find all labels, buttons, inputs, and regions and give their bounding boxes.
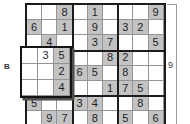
sudoku-cell-r8c9: 6 <box>149 111 164 124</box>
sudoku-cell-r2c6 <box>103 20 118 35</box>
sudoku-cell-r7c4: 3 <box>73 96 88 111</box>
sudoku-cell-r5c6 <box>103 66 118 81</box>
sudoku-cell-r8c6 <box>103 111 118 124</box>
sudoku-cell-r8c2: 9 <box>42 111 57 124</box>
sudoku-cell-r1c2 <box>42 5 57 20</box>
sudoku-cell-r5c5: 5 <box>88 66 103 81</box>
sudoku-cell-r6c7: 7 <box>118 81 133 96</box>
sudoku-cell-r2c7: 3 <box>118 20 133 35</box>
overlay-cell-r1c3: 5 <box>54 48 70 64</box>
sudoku-cell-r6c8: 5 <box>133 81 148 96</box>
overlay-cell-r3c3: 4 <box>54 80 70 96</box>
sudoku-cell-r4c6: 8 <box>103 51 118 66</box>
sudoku-cell-r3c5: 3 <box>88 35 103 50</box>
sudoku-cell-r1c5: 1 <box>88 5 103 20</box>
sudoku-cell-r7c8: 8 <box>133 96 148 111</box>
sudoku-cell-r3c8 <box>133 35 148 50</box>
sudoku-cell-r4c9 <box>149 51 164 66</box>
sudoku-cell-r8c5: 8 <box>88 111 103 124</box>
overlay-cell-r2c3: 2 <box>54 64 70 80</box>
sudoku-cell-r2c9 <box>149 20 164 35</box>
sudoku-cell-r7c3 <box>57 96 72 111</box>
sudoku-cell-r2c2 <box>42 20 57 35</box>
sudoku-cell-r3c9: 5 <box>149 35 164 50</box>
grid-height-label: 9 <box>168 60 173 70</box>
overlay-cell-r2c2 <box>38 64 54 80</box>
sudoku-figure: B 81961932437582658175534897856 3524 9 <box>0 0 190 124</box>
sudoku-cell-r5c4: 6 <box>73 66 88 81</box>
overlay-cell-r3c1 <box>22 80 38 96</box>
sudoku-cell-r6c5 <box>88 81 103 96</box>
sudoku-cell-r2c5: 9 <box>88 20 103 35</box>
sudoku-cell-r1c6 <box>103 5 118 20</box>
sudoku-cell-r4c7: 2 <box>118 51 133 66</box>
sudoku-cell-r1c1 <box>27 5 42 20</box>
sudoku-cell-r8c3: 7 <box>57 111 72 124</box>
overlay-cell-r2c1 <box>22 64 38 80</box>
sudoku-cell-r7c1: 5 <box>27 96 42 111</box>
block-divider-vertical-2 <box>117 5 119 124</box>
lifted-block-cells: 3524 <box>22 48 70 96</box>
sudoku-cell-r4c5 <box>88 51 103 66</box>
sudoku-cell-r4c4 <box>73 51 88 66</box>
block-label: B <box>4 62 10 71</box>
sudoku-cell-r6c9 <box>149 81 164 96</box>
sudoku-cell-r7c9 <box>149 96 164 111</box>
sudoku-cell-r3c7 <box>118 35 133 50</box>
overlay-cell-r3c2 <box>38 80 54 96</box>
sudoku-cell-r2c1: 6 <box>27 20 42 35</box>
sudoku-cell-r4c8 <box>133 51 148 66</box>
sudoku-cell-r7c5: 4 <box>88 96 103 111</box>
sudoku-cell-r8c4 <box>73 111 88 124</box>
sudoku-cell-r7c7 <box>118 96 133 111</box>
lifted-block-overlay: 3524 <box>20 46 72 98</box>
sudoku-cell-r3c6: 7 <box>103 35 118 50</box>
height-bracket-tick <box>167 4 177 5</box>
sudoku-cell-r2c4 <box>73 20 88 35</box>
sudoku-cell-r6c6: 1 <box>103 81 118 96</box>
height-bracket-line <box>176 4 177 124</box>
sudoku-cell-r7c2 <box>42 96 57 111</box>
sudoku-cell-r1c8 <box>133 5 148 20</box>
sudoku-cell-r6c4 <box>73 81 88 96</box>
sudoku-cell-r1c4 <box>73 5 88 20</box>
sudoku-cell-r2c8: 2 <box>133 20 148 35</box>
sudoku-cell-r8c7: 5 <box>118 111 133 124</box>
sudoku-cell-r5c8 <box>133 66 148 81</box>
sudoku-cell-r5c7: 8 <box>118 66 133 81</box>
sudoku-cell-r8c1 <box>27 111 42 124</box>
sudoku-cell-r8c8 <box>133 111 148 124</box>
sudoku-cell-r3c4 <box>73 35 88 50</box>
sudoku-cell-r7c6 <box>103 96 118 111</box>
overlay-cell-r1c2: 3 <box>38 48 54 64</box>
sudoku-cell-r2c3: 1 <box>57 20 72 35</box>
overlay-cell-r1c1 <box>22 48 38 64</box>
sudoku-cell-r1c9: 9 <box>149 5 164 20</box>
sudoku-cell-r1c7 <box>118 5 133 20</box>
sudoku-cell-r5c9 <box>149 66 164 81</box>
sudoku-cell-r1c3: 8 <box>57 5 72 20</box>
